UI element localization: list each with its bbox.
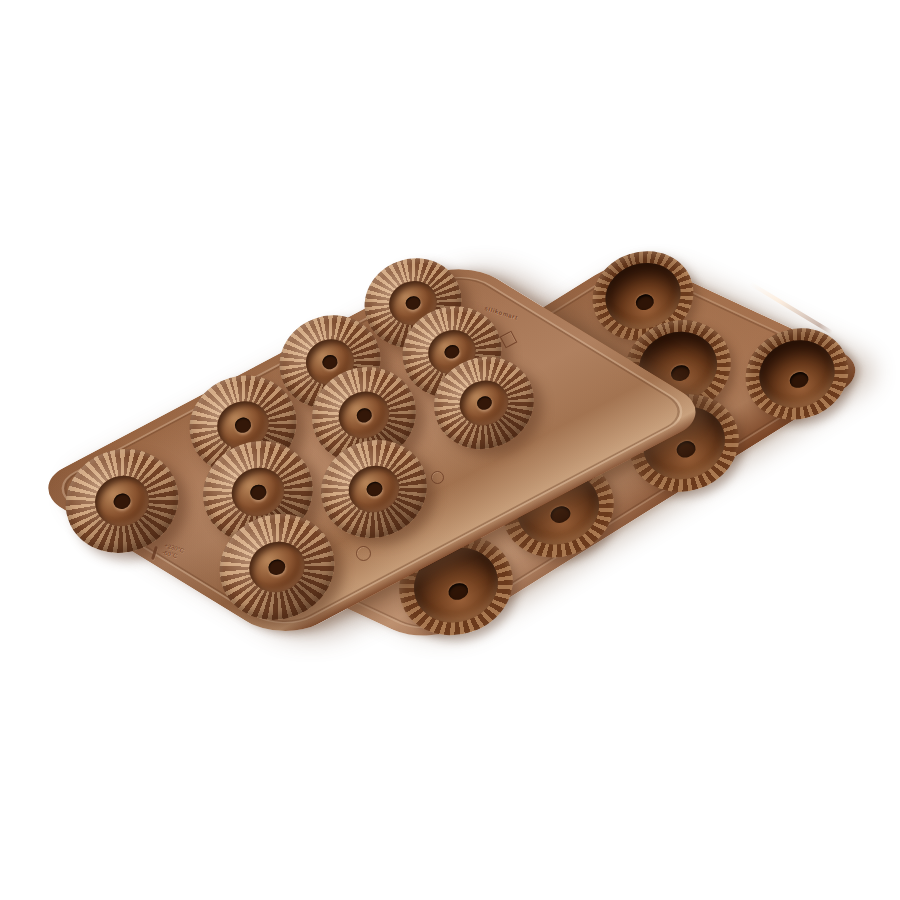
certification-mark-icon bbox=[431, 471, 444, 484]
product-photo-stage: silikomart +230°C -60°C bbox=[0, 0, 900, 900]
certification-mark-icon bbox=[356, 546, 371, 561]
